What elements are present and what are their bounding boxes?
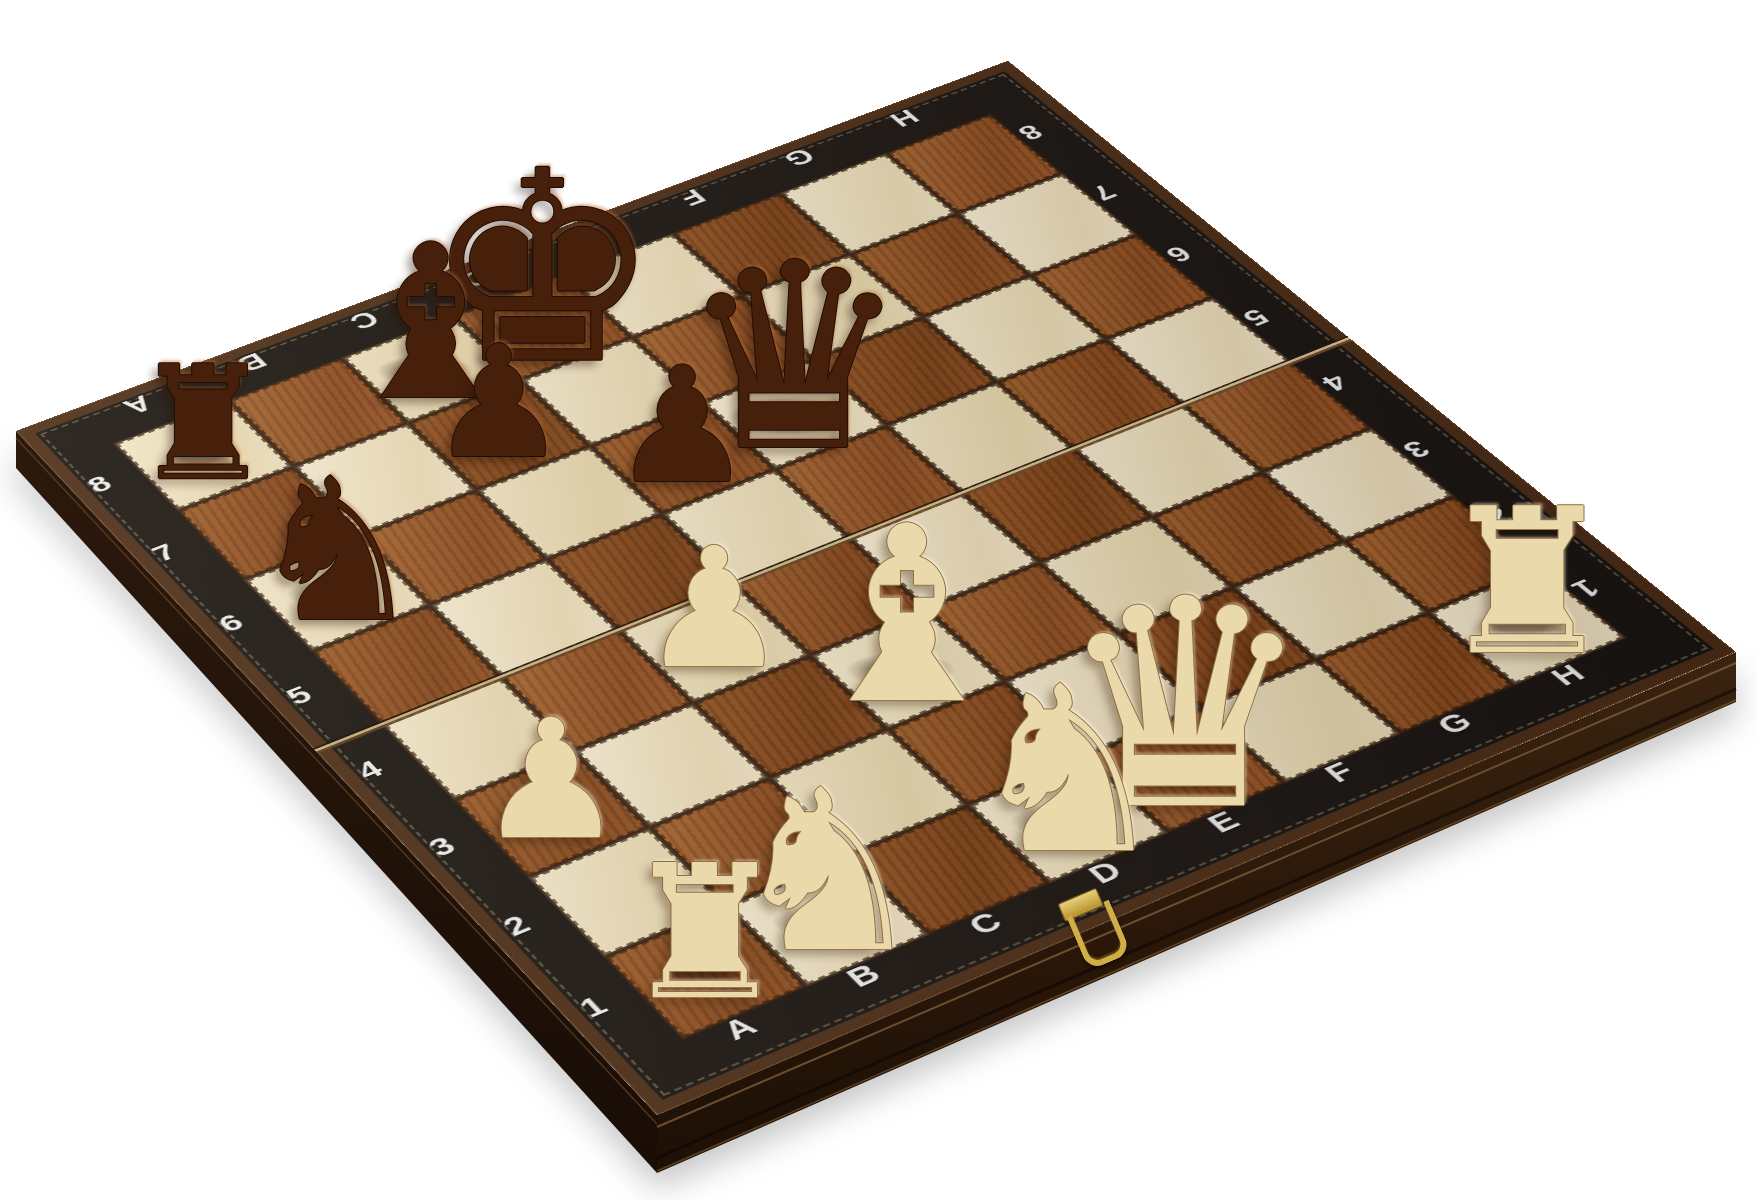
piece-white-knight-d1[interactable]: ♞	[965, 655, 1170, 884]
piece-white-pawn-a3[interactable]: ♟	[477, 697, 625, 862]
scene: ABCDEFGHABCDEFGH8765432187654321 ♚♝♛♟♜♟♞…	[0, 0, 1757, 1200]
pieces-layer: ♚♝♛♟♜♟♞♜♟♝♛♟♞♞♜	[0, 0, 1757, 1200]
piece-black-pawn-d6[interactable]: ♟	[611, 345, 754, 505]
piece-white-rook-h1[interactable]: ♜	[1437, 482, 1617, 683]
piece-white-rook-a1[interactable]: ♜	[622, 841, 788, 1026]
piece-white-pawn-c4[interactable]: ♟	[640, 526, 789, 692]
piece-black-knight-a6[interactable]: ♞	[248, 453, 425, 650]
piece-black-pawn-c7[interactable]: ♟	[429, 326, 568, 481]
